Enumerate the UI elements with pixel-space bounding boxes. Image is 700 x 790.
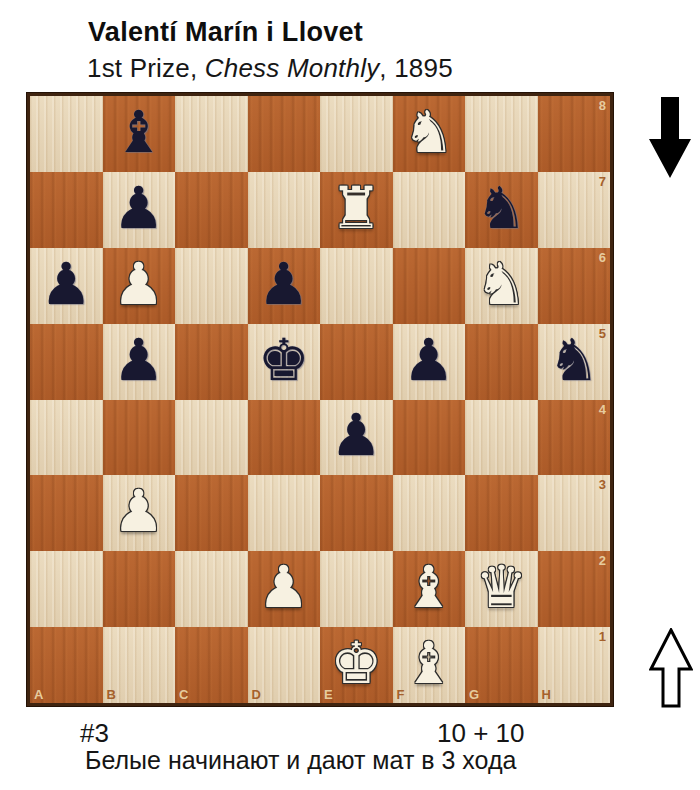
square-h6: 6 xyxy=(538,248,611,324)
square-a2 xyxy=(30,551,103,627)
square-g2: ♛ xyxy=(465,551,538,627)
square-e6 xyxy=(320,248,393,324)
square-f2: ♝ xyxy=(393,551,466,627)
square-d2: ♟ xyxy=(248,551,321,627)
square-b4 xyxy=(103,400,176,476)
rank-label-3: 3 xyxy=(599,478,606,491)
square-f1: F♝ xyxy=(393,627,466,703)
square-g8 xyxy=(465,96,538,172)
black-pawn-b7: ♟ xyxy=(113,179,165,237)
square-g7: ♞ xyxy=(465,172,538,248)
white-king-e1: ♚ xyxy=(330,634,382,692)
rank-label-6: 6 xyxy=(599,251,606,264)
square-h8: 8 xyxy=(538,96,611,172)
square-a1: A xyxy=(30,627,103,703)
white-bishop-f1: ♝ xyxy=(403,634,455,692)
square-h2: 2 xyxy=(538,551,611,627)
square-b2 xyxy=(103,551,176,627)
file-label-a: A xyxy=(34,688,43,701)
black-knight-h5: ♞ xyxy=(548,331,600,389)
square-a8 xyxy=(30,96,103,172)
black-pawn-b5: ♟ xyxy=(113,331,165,389)
square-f5: ♟ xyxy=(393,324,466,400)
square-d7 xyxy=(248,172,321,248)
square-c7 xyxy=(175,172,248,248)
black-pawn-f5: ♟ xyxy=(403,331,455,389)
square-h4: 4 xyxy=(538,400,611,476)
square-d5: ♚ xyxy=(248,324,321,400)
composer-title: Valentí Marín i Llovet xyxy=(88,17,363,48)
white-rook-e7: ♜ xyxy=(330,179,382,237)
square-f6 xyxy=(393,248,466,324)
square-f7 xyxy=(393,172,466,248)
problem-description: Белые начинают и дают мат в 3 хода xyxy=(85,746,525,775)
rank-label-8: 8 xyxy=(599,99,606,112)
square-c5 xyxy=(175,324,248,400)
square-e5 xyxy=(320,324,393,400)
subtitle-suffix: , 1895 xyxy=(379,53,453,83)
square-d6: ♟ xyxy=(248,248,321,324)
square-g1: G xyxy=(465,627,538,703)
square-b3: ♟ xyxy=(103,475,176,551)
square-e3 xyxy=(320,475,393,551)
rank-label-4: 4 xyxy=(599,403,606,416)
white-queen-g2: ♛ xyxy=(475,558,527,616)
square-a6: ♟ xyxy=(30,248,103,324)
square-c2 xyxy=(175,551,248,627)
subtitle-prefix: 1st Prize, xyxy=(87,53,205,83)
rank-label-7: 7 xyxy=(599,175,606,188)
black-down-arrow-icon xyxy=(648,97,692,179)
page: Valentí Marín i Llovet 1st Prize, Chess … xyxy=(0,0,700,790)
white-pawn-b6: ♟ xyxy=(113,255,165,313)
rank-label-5: 5 xyxy=(599,327,606,340)
square-b5: ♟ xyxy=(103,324,176,400)
file-label-b: B xyxy=(107,688,116,701)
square-e2 xyxy=(320,551,393,627)
square-g6: ♞ xyxy=(465,248,538,324)
black-pawn-a6: ♟ xyxy=(40,255,92,313)
file-label-h: H xyxy=(542,688,551,701)
file-label-c: C xyxy=(179,688,188,701)
square-a7 xyxy=(30,172,103,248)
white-pawn-d2: ♟ xyxy=(258,558,310,616)
chess-board: ♝♞8♟♜♞7♟♟♟♞6♟♚♟5♞♟4♟3♟♝♛2ABCDE♚F♝G1H xyxy=(27,93,613,706)
white-bishop-f2: ♝ xyxy=(403,558,455,616)
square-g3 xyxy=(465,475,538,551)
square-h1: 1H xyxy=(538,627,611,703)
subtitle-source: Chess Monthly xyxy=(205,53,380,83)
white-knight-g6: ♞ xyxy=(475,255,527,313)
square-b8: ♝ xyxy=(103,96,176,172)
square-a3 xyxy=(30,475,103,551)
square-d1: D xyxy=(248,627,321,703)
file-label-g: G xyxy=(469,688,479,701)
file-label-d: D xyxy=(252,688,261,701)
rank-label-2: 2 xyxy=(599,554,606,567)
square-d3 xyxy=(248,475,321,551)
square-b6: ♟ xyxy=(103,248,176,324)
black-knight-g7: ♞ xyxy=(475,179,527,237)
square-c8 xyxy=(175,96,248,172)
square-g4 xyxy=(465,400,538,476)
black-pawn-d6: ♟ xyxy=(258,255,310,313)
white-knight-f8: ♞ xyxy=(403,103,455,161)
black-bishop-b8: ♝ xyxy=(113,103,165,161)
square-c3 xyxy=(175,475,248,551)
black-pawn-e4: ♟ xyxy=(330,406,382,464)
square-e8 xyxy=(320,96,393,172)
white-pawn-b3: ♟ xyxy=(113,482,165,540)
square-f3 xyxy=(393,475,466,551)
prize-subtitle: 1st Prize, Chess Monthly, 1895 xyxy=(87,53,453,84)
square-c6 xyxy=(175,248,248,324)
white-up-arrow-icon xyxy=(649,628,693,708)
material-count-label: 10 + 10 xyxy=(437,718,524,749)
square-h3: 3 xyxy=(538,475,611,551)
square-c4 xyxy=(175,400,248,476)
square-e7: ♜ xyxy=(320,172,393,248)
rank-label-1: 1 xyxy=(599,630,606,643)
square-b7: ♟ xyxy=(103,172,176,248)
stipulation-label: #3 xyxy=(80,718,109,749)
square-f4 xyxy=(393,400,466,476)
square-d8 xyxy=(248,96,321,172)
square-a4 xyxy=(30,400,103,476)
square-e4: ♟ xyxy=(320,400,393,476)
square-b1: B xyxy=(103,627,176,703)
square-h7: 7 xyxy=(538,172,611,248)
square-g5 xyxy=(465,324,538,400)
square-c1: C xyxy=(175,627,248,703)
square-d4 xyxy=(248,400,321,476)
square-e1: E♚ xyxy=(320,627,393,703)
square-h5: 5♞ xyxy=(538,324,611,400)
black-king-d5: ♚ xyxy=(258,331,310,389)
square-f8: ♞ xyxy=(393,96,466,172)
square-a5 xyxy=(30,324,103,400)
